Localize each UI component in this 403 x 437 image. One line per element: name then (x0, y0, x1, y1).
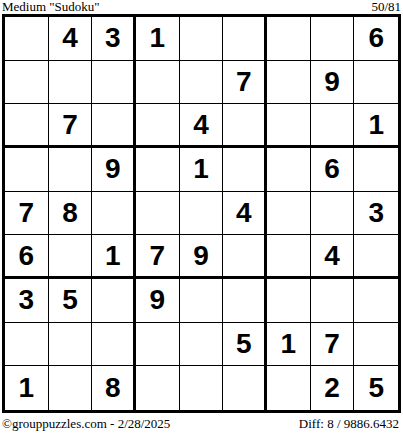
cell-r2c4-empty[interactable] (136, 61, 180, 105)
cell-r7c7-empty[interactable] (267, 279, 311, 323)
cell-r1c8-empty[interactable] (311, 17, 355, 61)
cell-r5c4-empty[interactable] (136, 192, 180, 236)
cell-r9c1-given: 1 (5, 366, 49, 410)
cell-r7c2-given: 5 (49, 279, 93, 323)
cell-r4c6-empty[interactable] (223, 148, 267, 192)
cell-r1c9-given: 6 (354, 17, 398, 61)
cell-r7c6-empty[interactable] (223, 279, 267, 323)
cell-r6c5-given: 9 (180, 235, 224, 279)
sudoku-page: Medium "Sudoku" 50/81 431679741916784361… (0, 0, 403, 437)
cell-r6c8-given: 4 (311, 235, 355, 279)
cell-r1c6-empty[interactable] (223, 17, 267, 61)
cell-r2c9-empty[interactable] (354, 61, 398, 105)
cell-r1c3-given: 3 (92, 17, 136, 61)
cell-r4c2-empty[interactable] (49, 148, 93, 192)
cell-r8c2-empty[interactable] (49, 323, 93, 367)
cell-r4c3-given: 9 (92, 148, 136, 192)
cell-r4c8-given: 6 (311, 148, 355, 192)
cell-r7c1-given: 3 (5, 279, 49, 323)
cell-r8c9-empty[interactable] (354, 323, 398, 367)
cell-r6c2-empty[interactable] (49, 235, 93, 279)
cell-r5c1-given: 7 (5, 192, 49, 236)
cell-r4c1-empty[interactable] (5, 148, 49, 192)
cell-r7c8-empty[interactable] (311, 279, 355, 323)
cell-r6c4-given: 7 (136, 235, 180, 279)
cell-r5c7-empty[interactable] (267, 192, 311, 236)
cell-r6c1-given: 6 (5, 235, 49, 279)
cell-r6c6-empty[interactable] (223, 235, 267, 279)
cell-r9c2-empty[interactable] (49, 366, 93, 410)
cell-r5c5-empty[interactable] (180, 192, 224, 236)
cell-r3c9-given: 1 (354, 104, 398, 148)
puzzle-title: Medium "Sudoku" (2, 0, 100, 13)
cell-r8c6-given: 5 (223, 323, 267, 367)
cell-r2c8-given: 9 (311, 61, 355, 105)
cell-r9c3-given: 8 (92, 366, 136, 410)
cell-r2c5-empty[interactable] (180, 61, 224, 105)
progress-counter: 50/81 (371, 0, 401, 13)
cell-r4c7-empty[interactable] (267, 148, 311, 192)
cell-r8c3-empty[interactable] (92, 323, 136, 367)
cell-r3c4-empty[interactable] (136, 104, 180, 148)
cell-r3c7-empty[interactable] (267, 104, 311, 148)
footer: ©grouppuzzles.com - 2/28/2025 Diff: 8 / … (0, 413, 403, 431)
cell-r7c5-empty[interactable] (180, 279, 224, 323)
header: Medium "Sudoku" 50/81 (0, 0, 403, 14)
cell-r4c5-given: 1 (180, 148, 224, 192)
cell-r9c9-given: 5 (354, 366, 398, 410)
cell-r4c4-empty[interactable] (136, 148, 180, 192)
cell-r7c4-given: 9 (136, 279, 180, 323)
cell-r8c5-empty[interactable] (180, 323, 224, 367)
cell-r2c1-empty[interactable] (5, 61, 49, 105)
cell-r5c6-given: 4 (223, 192, 267, 236)
cell-r5c3-empty[interactable] (92, 192, 136, 236)
cell-r2c3-empty[interactable] (92, 61, 136, 105)
cell-r3c8-empty[interactable] (311, 104, 355, 148)
cell-r3c6-empty[interactable] (223, 104, 267, 148)
cell-r1c7-empty[interactable] (267, 17, 311, 61)
cell-r9c8-given: 2 (311, 366, 355, 410)
cell-r1c1-empty[interactable] (5, 17, 49, 61)
cell-r2c7-empty[interactable] (267, 61, 311, 105)
copyright-text: ©grouppuzzles.com - 2/28/2025 (2, 417, 170, 431)
cell-r1c5-empty[interactable] (180, 17, 224, 61)
cell-r6c7-empty[interactable] (267, 235, 311, 279)
cell-r5c8-empty[interactable] (311, 192, 355, 236)
cell-r9c7-empty[interactable] (267, 366, 311, 410)
cell-r4c9-empty[interactable] (354, 148, 398, 192)
cell-r1c4-given: 1 (136, 17, 180, 61)
cell-r1c2-given: 4 (49, 17, 93, 61)
cell-r6c3-given: 1 (92, 235, 136, 279)
cell-r7c3-empty[interactable] (92, 279, 136, 323)
cell-r5c2-given: 8 (49, 192, 93, 236)
cell-r3c2-given: 7 (49, 104, 93, 148)
cell-r3c5-given: 4 (180, 104, 224, 148)
cell-r3c3-empty[interactable] (92, 104, 136, 148)
cell-r8c1-empty[interactable] (5, 323, 49, 367)
sudoku-board: 4316797419167843617943595171825 (2, 14, 401, 413)
cell-r5c9-given: 3 (354, 192, 398, 236)
cell-r9c5-empty[interactable] (180, 366, 224, 410)
cell-r2c6-given: 7 (223, 61, 267, 105)
cell-r9c4-empty[interactable] (136, 366, 180, 410)
cell-r3c1-empty[interactable] (5, 104, 49, 148)
cell-r2c2-empty[interactable] (49, 61, 93, 105)
cell-r7c9-empty[interactable] (354, 279, 398, 323)
difficulty-text: Diff: 8 / 9886.6432 (299, 417, 399, 431)
cell-r8c7-given: 1 (267, 323, 311, 367)
cell-r8c8-given: 7 (311, 323, 355, 367)
cell-r9c6-empty[interactable] (223, 366, 267, 410)
cell-r8c4-empty[interactable] (136, 323, 180, 367)
cell-r6c9-empty[interactable] (354, 235, 398, 279)
